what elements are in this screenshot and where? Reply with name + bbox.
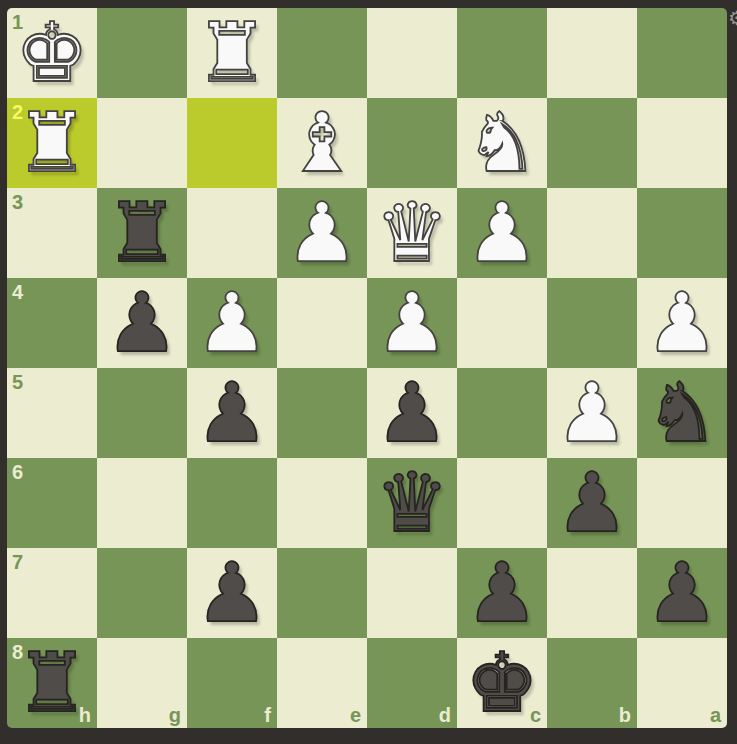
piece-black-pawn-b6[interactable]: ♟ <box>555 458 629 548</box>
square-b6[interactable]: ♟ <box>547 458 637 548</box>
file-label-e: e <box>350 705 361 725</box>
chess-board: 1♚♜2♜♝♞3♜♟♛♟4♟♟♟♟5♟♟♟♞6♛♟7♟♟♟8h♜gfedc♚ba <box>7 8 727 728</box>
square-f7[interactable]: ♟ <box>187 548 277 638</box>
square-g1[interactable] <box>97 8 187 98</box>
rank-label-3: 3 <box>12 192 23 212</box>
square-b4[interactable] <box>547 278 637 368</box>
square-d3[interactable]: ♛ <box>367 188 457 278</box>
piece-black-pawn-a7[interactable]: ♟ <box>645 548 719 638</box>
piece-black-queen-d6[interactable]: ♛ <box>375 458 449 548</box>
square-d5[interactable]: ♟ <box>367 368 457 458</box>
piece-black-king-c8[interactable]: ♚ <box>465 638 539 728</box>
square-c6[interactable] <box>457 458 547 548</box>
square-g7[interactable] <box>97 548 187 638</box>
square-h5[interactable]: 5 <box>7 368 97 458</box>
board-settings-gear-icon[interactable]: ⚙ <box>728 8 737 28</box>
square-c8[interactable]: c♚ <box>457 638 547 728</box>
square-a8[interactable]: a <box>637 638 727 728</box>
piece-black-pawn-f5[interactable]: ♟ <box>195 368 269 458</box>
square-g4[interactable]: ♟ <box>97 278 187 368</box>
page-background: { "game": "chess", "position": "2k4r/p1p… <box>0 0 737 744</box>
square-d4[interactable]: ♟ <box>367 278 457 368</box>
square-c3[interactable]: ♟ <box>457 188 547 278</box>
piece-black-knight-a5[interactable]: ♞ <box>645 368 719 458</box>
square-d1[interactable] <box>367 8 457 98</box>
square-e7[interactable] <box>277 548 367 638</box>
piece-black-pawn-c7[interactable]: ♟ <box>465 548 539 638</box>
piece-white-pawn-e3[interactable]: ♟ <box>285 188 359 278</box>
square-e2[interactable]: ♝ <box>277 98 367 188</box>
square-e8[interactable]: e <box>277 638 367 728</box>
piece-white-pawn-b5[interactable]: ♟ <box>555 368 629 458</box>
square-e3[interactable]: ♟ <box>277 188 367 278</box>
square-c4[interactable] <box>457 278 547 368</box>
piece-white-pawn-d4[interactable]: ♟ <box>375 278 449 368</box>
rank-label-6: 6 <box>12 462 23 482</box>
square-d2[interactable] <box>367 98 457 188</box>
square-b3[interactable] <box>547 188 637 278</box>
piece-black-pawn-d5[interactable]: ♟ <box>375 368 449 458</box>
square-d6[interactable]: ♛ <box>367 458 457 548</box>
square-a7[interactable]: ♟ <box>637 548 727 638</box>
square-a3[interactable] <box>637 188 727 278</box>
square-f5[interactable]: ♟ <box>187 368 277 458</box>
piece-black-rook-g3[interactable]: ♜ <box>105 188 179 278</box>
square-f1[interactable]: ♜ <box>187 8 277 98</box>
square-b8[interactable]: b <box>547 638 637 728</box>
square-h3[interactable]: 3 <box>7 188 97 278</box>
square-a2[interactable] <box>637 98 727 188</box>
piece-white-pawn-c3[interactable]: ♟ <box>465 188 539 278</box>
square-g5[interactable] <box>97 368 187 458</box>
square-a6[interactable] <box>637 458 727 548</box>
file-label-b: b <box>619 705 631 725</box>
square-h1[interactable]: 1♚ <box>7 8 97 98</box>
square-f2[interactable] <box>187 98 277 188</box>
square-e6[interactable] <box>277 458 367 548</box>
square-a4[interactable]: ♟ <box>637 278 727 368</box>
file-label-d: d <box>439 705 451 725</box>
piece-white-queen-d3[interactable]: ♛ <box>375 188 449 278</box>
square-c2[interactable]: ♞ <box>457 98 547 188</box>
piece-white-pawn-f4[interactable]: ♟ <box>195 278 269 368</box>
piece-white-king-h1[interactable]: ♚ <box>15 8 89 98</box>
square-g2[interactable] <box>97 98 187 188</box>
square-f6[interactable] <box>187 458 277 548</box>
file-label-g: g <box>169 705 181 725</box>
file-label-a: a <box>710 705 721 725</box>
square-h2[interactable]: 2♜ <box>7 98 97 188</box>
square-h6[interactable]: 6 <box>7 458 97 548</box>
square-e5[interactable] <box>277 368 367 458</box>
square-b2[interactable] <box>547 98 637 188</box>
piece-black-rook-h8[interactable]: ♜ <box>15 638 89 728</box>
piece-white-rook-f1[interactable]: ♜ <box>195 8 269 98</box>
square-g8[interactable]: g <box>97 638 187 728</box>
piece-white-pawn-a4[interactable]: ♟ <box>645 278 719 368</box>
piece-white-bishop-e2[interactable]: ♝ <box>285 98 359 188</box>
square-c5[interactable] <box>457 368 547 458</box>
square-h7[interactable]: 7 <box>7 548 97 638</box>
piece-black-pawn-f7[interactable]: ♟ <box>195 548 269 638</box>
square-c1[interactable] <box>457 8 547 98</box>
square-d8[interactable]: d <box>367 638 457 728</box>
square-b1[interactable] <box>547 8 637 98</box>
square-b7[interactable] <box>547 548 637 638</box>
square-f8[interactable]: f <box>187 638 277 728</box>
square-c7[interactable]: ♟ <box>457 548 547 638</box>
square-h8[interactable]: 8h♜ <box>7 638 97 728</box>
square-e4[interactable] <box>277 278 367 368</box>
square-g3[interactable]: ♜ <box>97 188 187 278</box>
square-f4[interactable]: ♟ <box>187 278 277 368</box>
rank-label-4: 4 <box>12 282 23 302</box>
square-b5[interactable]: ♟ <box>547 368 637 458</box>
file-label-f: f <box>264 705 271 725</box>
rank-label-5: 5 <box>12 372 23 392</box>
square-g6[interactable] <box>97 458 187 548</box>
rank-label-7: 7 <box>12 552 23 572</box>
square-a1[interactable] <box>637 8 727 98</box>
square-d7[interactable] <box>367 548 457 638</box>
square-h4[interactable]: 4 <box>7 278 97 368</box>
piece-black-pawn-g4[interactable]: ♟ <box>105 278 179 368</box>
square-f3[interactable] <box>187 188 277 278</box>
piece-white-knight-c2[interactable]: ♞ <box>465 98 539 188</box>
piece-white-rook-h2[interactable]: ♜ <box>15 98 89 188</box>
square-a5[interactable]: ♞ <box>637 368 727 458</box>
square-e1[interactable] <box>277 8 367 98</box>
